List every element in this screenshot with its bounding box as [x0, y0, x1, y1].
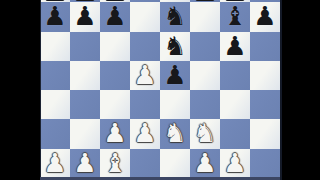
square-b4[interactable] [70, 90, 100, 119]
piece-black-pawn[interactable]: ♟ [253, 2, 276, 31]
square-b5[interactable] [70, 61, 100, 90]
piece-white-knight[interactable]: ♞ [163, 119, 186, 148]
square-c3[interactable]: ♟ [100, 119, 130, 148]
piece-white-pawn[interactable]: ♟ [133, 119, 156, 148]
square-g2[interactable]: ♟ [220, 149, 250, 178]
square-d5[interactable]: ♟ [130, 61, 160, 90]
cropped-piece-base-black-rook [196, 0, 215, 1]
piece-white-bishop[interactable]: ♝ [103, 149, 126, 178]
square-a3[interactable] [40, 119, 70, 148]
square-a6[interactable] [40, 32, 70, 61]
square-b6[interactable] [70, 32, 100, 61]
square-f2[interactable]: ♟ [190, 149, 220, 178]
square-f5[interactable] [190, 61, 220, 90]
letterbox-left [0, 0, 41, 180]
square-a7[interactable]: ♟ [40, 2, 70, 31]
letterbox-right [280, 0, 320, 180]
square-h2[interactable] [250, 149, 280, 178]
piece-white-pawn[interactable]: ♟ [103, 119, 126, 148]
square-f7[interactable] [190, 2, 220, 31]
square-e6[interactable]: ♞ [160, 32, 190, 61]
square-g7[interactable]: ♝ [220, 2, 250, 31]
square-a5[interactable] [40, 61, 70, 90]
square-c7[interactable]: ♟ [100, 2, 130, 31]
square-h6[interactable] [250, 32, 280, 61]
square-g4[interactable] [220, 90, 250, 119]
square-f4[interactable] [190, 90, 220, 119]
square-g3[interactable] [220, 119, 250, 148]
piece-black-pawn[interactable]: ♟ [223, 32, 246, 61]
piece-white-pawn[interactable]: ♟ [73, 149, 96, 178]
piece-white-pawn[interactable]: ♟ [223, 149, 246, 178]
square-d6[interactable] [130, 32, 160, 61]
piece-white-pawn[interactable]: ♟ [193, 149, 216, 178]
square-e4[interactable] [160, 90, 190, 119]
square-e3[interactable]: ♞ [160, 119, 190, 148]
square-h5[interactable] [250, 61, 280, 90]
square-c4[interactable] [100, 90, 130, 119]
square-b7[interactable]: ♟ [70, 2, 100, 31]
square-d4[interactable] [130, 90, 160, 119]
square-a4[interactable] [40, 90, 70, 119]
piece-black-pawn[interactable]: ♟ [43, 2, 66, 31]
square-b2[interactable]: ♟ [70, 149, 100, 178]
square-c2[interactable]: ♝ [100, 149, 130, 178]
square-e2[interactable] [160, 149, 190, 178]
square-d2[interactable] [130, 149, 160, 178]
board-bottom-crop-shadow [40, 177, 280, 180]
square-h4[interactable] [250, 90, 280, 119]
square-f6[interactable] [190, 32, 220, 61]
video-frame: ♟♟♟♞♝♟♞♟♟♟♟♟♞♞♟♟♝♟♟ [0, 0, 320, 180]
piece-white-pawn[interactable]: ♟ [133, 61, 156, 90]
square-b3[interactable] [70, 119, 100, 148]
square-g5[interactable] [220, 61, 250, 90]
square-d3[interactable]: ♟ [130, 119, 160, 148]
piece-black-knight[interactable]: ♞ [163, 32, 186, 61]
square-c6[interactable] [100, 32, 130, 61]
square-e7[interactable]: ♞ [160, 2, 190, 31]
chess-board: ♟♟♟♞♝♟♞♟♟♟♟♟♞♞♟♟♝♟♟ [40, 0, 280, 180]
square-g6[interactable]: ♟ [220, 32, 250, 61]
piece-white-knight[interactable]: ♞ [193, 119, 216, 148]
piece-black-pawn[interactable]: ♟ [163, 61, 186, 90]
square-f3[interactable]: ♞ [190, 119, 220, 148]
piece-black-bishop[interactable]: ♝ [223, 2, 246, 31]
piece-black-pawn[interactable]: ♟ [103, 2, 126, 31]
square-c5[interactable] [100, 61, 130, 90]
square-e5[interactable]: ♟ [160, 61, 190, 90]
piece-white-pawn[interactable]: ♟ [43, 149, 66, 178]
square-h3[interactable] [250, 119, 280, 148]
square-h7[interactable]: ♟ [250, 2, 280, 31]
piece-black-pawn[interactable]: ♟ [73, 2, 96, 31]
square-d7[interactable] [130, 2, 160, 31]
piece-black-knight[interactable]: ♞ [163, 2, 186, 31]
square-a2[interactable]: ♟ [40, 149, 70, 178]
